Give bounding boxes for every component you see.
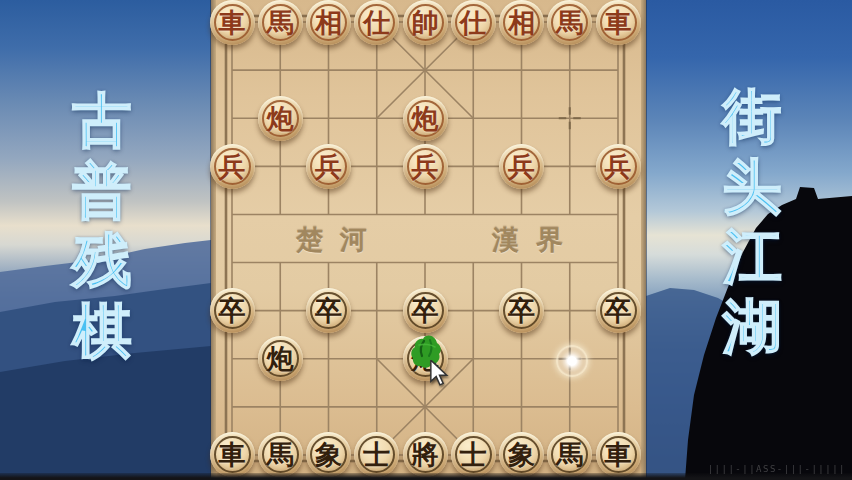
- mouse-cursor: [429, 360, 453, 388]
- piece-red-車[interactable]: 車: [596, 0, 641, 45]
- piece-black-車[interactable]: 車: [210, 432, 255, 477]
- piece-red-炮[interactable]: 炮: [258, 96, 303, 141]
- piece-character: 兵: [412, 153, 439, 180]
- board-right-edge: [641, 0, 646, 480]
- piece-black-馬[interactable]: 馬: [547, 432, 592, 477]
- piece-character: 卒: [315, 297, 342, 324]
- piece-character: 馬: [556, 9, 583, 36]
- piece-character: 馬: [556, 441, 583, 468]
- game-screen: 古普残棋 街头江湖: [0, 0, 852, 480]
- piece-red-兵[interactable]: 兵: [596, 144, 641, 189]
- piece-character: 卒: [508, 297, 535, 324]
- watermark: ||||-||ASS-|||-|||||: [708, 464, 846, 474]
- piece-character: 車: [219, 9, 246, 36]
- piece-character: 象: [315, 441, 342, 468]
- banner-character: 江: [723, 226, 782, 288]
- piece-red-仕[interactable]: 仕: [354, 0, 399, 45]
- piece-red-兵[interactable]: 兵: [403, 144, 448, 189]
- piece-black-卒[interactable]: 卒: [596, 288, 641, 333]
- piece-black-馬[interactable]: 馬: [258, 432, 303, 477]
- piece-character: 車: [605, 9, 632, 36]
- right-banner-title: 街头江湖: [710, 86, 794, 358]
- banner-character: 棋: [73, 300, 132, 362]
- piece-black-卒[interactable]: 卒: [499, 288, 544, 333]
- piece-character: 兵: [219, 153, 246, 180]
- piece-black-象[interactable]: 象: [306, 432, 351, 477]
- piece-character: 仕: [363, 9, 390, 36]
- river-label-han-jie: 漢界: [492, 222, 580, 258]
- piece-red-相[interactable]: 相: [499, 0, 544, 45]
- piece-character: 炮: [267, 105, 294, 132]
- piece-character: 兵: [315, 153, 342, 180]
- piece-red-仕[interactable]: 仕: [451, 0, 496, 45]
- piece-red-馬[interactable]: 馬: [258, 0, 303, 45]
- piece-black-象[interactable]: 象: [499, 432, 544, 477]
- piece-character: 兵: [508, 153, 535, 180]
- piece-character: 兵: [605, 153, 632, 180]
- piece-black-士[interactable]: 士: [354, 432, 399, 477]
- piece-red-兵[interactable]: 兵: [210, 144, 255, 189]
- piece-black-車[interactable]: 車: [596, 432, 641, 477]
- piece-character: 象: [508, 441, 535, 468]
- piece-character: 士: [363, 441, 390, 468]
- banner-character: 古: [73, 90, 132, 152]
- piece-red-炮[interactable]: 炮: [403, 96, 448, 141]
- board-left-edge: [211, 0, 216, 480]
- piece-red-馬[interactable]: 馬: [547, 0, 592, 45]
- piece-character: 士: [460, 441, 487, 468]
- piece-character: 相: [315, 9, 342, 36]
- river-label-chu-he: 楚河: [296, 222, 384, 258]
- piece-character: 車: [605, 441, 632, 468]
- piece-black-士[interactable]: 士: [451, 432, 496, 477]
- piece-character: 將: [412, 441, 439, 468]
- xiangqi-board[interactable]: 楚河 漢界 車馬相仕帥仕相馬車炮炮兵兵兵兵兵卒卒卒卒卒炮炮車馬象士將士象馬車: [211, 0, 646, 480]
- piece-character: 相: [508, 9, 535, 36]
- piece-character: 炮: [412, 105, 439, 132]
- piece-red-相[interactable]: 相: [306, 0, 351, 45]
- banner-character: 街: [723, 86, 782, 148]
- banner-character: 湖: [723, 296, 782, 358]
- piece-black-炮[interactable]: 炮: [258, 336, 303, 381]
- piece-character: 炮: [267, 345, 294, 372]
- piece-character: 車: [219, 441, 246, 468]
- last-move-origin-marker: [556, 345, 588, 377]
- piece-character: 馬: [267, 9, 294, 36]
- piece-character: 卒: [412, 297, 439, 324]
- piece-character: 帥: [412, 9, 439, 36]
- piece-black-卒[interactable]: 卒: [403, 288, 448, 333]
- left-banner-title: 古普残棋: [60, 90, 144, 362]
- piece-character: 仕: [460, 9, 487, 36]
- piece-black-將[interactable]: 將: [403, 432, 448, 477]
- banner-character: 残: [73, 230, 132, 292]
- piece-black-卒[interactable]: 卒: [306, 288, 351, 333]
- banner-character: 头: [723, 156, 782, 218]
- piece-red-兵[interactable]: 兵: [499, 144, 544, 189]
- letterbox-bar: [0, 473, 852, 480]
- piece-character: 卒: [219, 297, 246, 324]
- piece-red-兵[interactable]: 兵: [306, 144, 351, 189]
- piece-red-帥[interactable]: 帥: [403, 0, 448, 45]
- piece-black-卒[interactable]: 卒: [210, 288, 255, 333]
- piece-red-車[interactable]: 車: [210, 0, 255, 45]
- piece-character: 馬: [267, 441, 294, 468]
- banner-character: 普: [73, 160, 132, 222]
- piece-character: 卒: [605, 297, 632, 324]
